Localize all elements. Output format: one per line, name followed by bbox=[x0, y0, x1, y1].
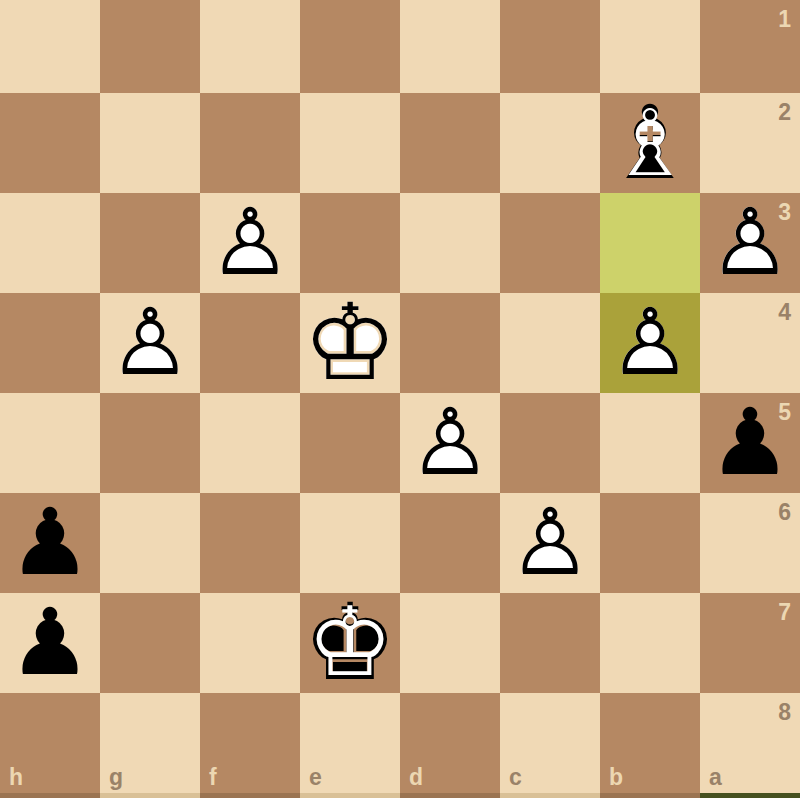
square-h1[interactable] bbox=[0, 0, 100, 93]
square-c7[interactable] bbox=[500, 593, 600, 693]
file-label-g: g bbox=[109, 766, 123, 789]
square-c4[interactable] bbox=[500, 293, 600, 393]
square-e4[interactable]: ♚♔ bbox=[300, 293, 400, 393]
square-g7[interactable] bbox=[100, 593, 200, 693]
square-c2[interactable] bbox=[500, 93, 600, 193]
black-bishop-outline: ♗ bbox=[605, 98, 695, 188]
square-f7[interactable] bbox=[200, 593, 300, 693]
square-a4[interactable]: 4 bbox=[700, 293, 800, 393]
file-label-e: e bbox=[309, 766, 322, 789]
file-label-f: f bbox=[209, 766, 217, 789]
square-g8[interactable]: g bbox=[100, 693, 200, 793]
square-a3[interactable]: 3♟♙ bbox=[700, 193, 800, 293]
square-h5[interactable] bbox=[0, 393, 100, 493]
white-king-e4[interactable]: ♚♔ bbox=[300, 293, 400, 393]
square-a6[interactable]: 6 bbox=[700, 493, 800, 593]
square-f1[interactable] bbox=[200, 0, 300, 93]
white-pawn-outline: ♙ bbox=[200, 193, 300, 293]
square-a1[interactable]: 1 bbox=[700, 0, 800, 93]
white-pawn-a3[interactable]: ♟♙ bbox=[700, 193, 800, 293]
square-b3[interactable] bbox=[600, 193, 700, 293]
square-h8[interactable]: h bbox=[0, 693, 100, 793]
square-g5[interactable] bbox=[100, 393, 200, 493]
square-e6[interactable] bbox=[300, 493, 400, 593]
white-pawn-outline: ♙ bbox=[600, 293, 700, 393]
white-pawn-outline: ♙ bbox=[500, 493, 600, 593]
white-pawn-b4[interactable]: ♟♙ bbox=[600, 293, 700, 393]
square-d7[interactable] bbox=[400, 593, 500, 693]
file-label-c: c bbox=[509, 766, 522, 789]
file-label-h: h bbox=[9, 766, 23, 789]
square-a2[interactable]: 2 bbox=[700, 93, 800, 193]
square-b5[interactable] bbox=[600, 393, 700, 493]
black-pawn-h6[interactable]: ♟ bbox=[0, 493, 100, 593]
white-king-outline: ♔ bbox=[300, 293, 400, 393]
board-edge-segment-c bbox=[500, 793, 600, 798]
rank-label-7: 7 bbox=[778, 601, 791, 624]
square-f6[interactable] bbox=[200, 493, 300, 593]
square-e5[interactable] bbox=[300, 393, 400, 493]
square-g2[interactable] bbox=[100, 93, 200, 193]
board-bottom-edge bbox=[0, 793, 800, 798]
board-edge-segment-a bbox=[700, 793, 800, 798]
square-c6[interactable]: ♟♙ bbox=[500, 493, 600, 593]
square-a7[interactable]: 7 bbox=[700, 593, 800, 693]
square-e1[interactable] bbox=[300, 0, 400, 93]
black-king-outline: ♔ bbox=[305, 598, 395, 688]
file-label-b: b bbox=[609, 766, 623, 789]
square-e2[interactable] bbox=[300, 93, 400, 193]
black-king-e7[interactable]: ♚♔ bbox=[300, 593, 400, 693]
rank-label-6: 6 bbox=[778, 501, 791, 524]
white-pawn-g4[interactable]: ♟♙ bbox=[100, 293, 200, 393]
board-edge-segment-h bbox=[0, 793, 100, 798]
square-b2[interactable]: ♝♗ bbox=[600, 93, 700, 193]
square-h6[interactable]: ♟ bbox=[0, 493, 100, 593]
square-b8[interactable]: b bbox=[600, 693, 700, 793]
square-d6[interactable] bbox=[400, 493, 500, 593]
rank-label-2: 2 bbox=[778, 101, 791, 124]
square-h3[interactable] bbox=[0, 193, 100, 293]
chess-app: 1♝♗2♟♙3♟♙♟♙♚♔♟♙4♟♙5♟♟♟♙6♟♚♔7hgfedcb8a bbox=[0, 0, 800, 798]
board-edge-segment-f bbox=[200, 793, 300, 798]
square-g1[interactable] bbox=[100, 0, 200, 93]
black-pawn-a5[interactable]: ♟ bbox=[700, 393, 800, 493]
square-g6[interactable] bbox=[100, 493, 200, 593]
rank-label-8: 8 bbox=[778, 701, 791, 724]
black-pawn-h7[interactable]: ♟ bbox=[0, 593, 100, 693]
square-g4[interactable]: ♟♙ bbox=[100, 293, 200, 393]
board-edge-segment-g bbox=[100, 793, 200, 798]
board-edge-segment-d bbox=[400, 793, 500, 798]
square-d4[interactable] bbox=[400, 293, 500, 393]
white-pawn-d5[interactable]: ♟♙ bbox=[400, 393, 500, 493]
square-d2[interactable] bbox=[400, 93, 500, 193]
square-f4[interactable] bbox=[200, 293, 300, 393]
square-b4[interactable]: ♟♙ bbox=[600, 293, 700, 393]
square-e3[interactable] bbox=[300, 193, 400, 293]
rank-label-4: 4 bbox=[778, 301, 791, 324]
square-a5[interactable]: 5♟ bbox=[700, 393, 800, 493]
file-label-d: d bbox=[409, 766, 423, 789]
square-d5[interactable]: ♟♙ bbox=[400, 393, 500, 493]
square-c1[interactable] bbox=[500, 0, 600, 93]
white-pawn-c6[interactable]: ♟♙ bbox=[500, 493, 600, 593]
square-h7[interactable]: ♟ bbox=[0, 593, 100, 693]
square-c3[interactable] bbox=[500, 193, 600, 293]
white-pawn-outline: ♙ bbox=[400, 393, 500, 493]
square-h2[interactable] bbox=[0, 93, 100, 193]
white-pawn-outline: ♙ bbox=[100, 293, 200, 393]
white-pawn-outline: ♙ bbox=[700, 193, 800, 293]
board-edge-segment-e bbox=[300, 793, 400, 798]
black-pawn-glyph: ♟ bbox=[0, 493, 100, 593]
black-bishop-b2[interactable]: ♝♗ bbox=[600, 93, 700, 193]
square-f8[interactable]: f bbox=[200, 693, 300, 793]
square-c5[interactable] bbox=[500, 393, 600, 493]
square-f3[interactable]: ♟♙ bbox=[200, 193, 300, 293]
square-d8[interactable]: d bbox=[400, 693, 500, 793]
square-b1[interactable] bbox=[600, 0, 700, 93]
board-edge-segment-b bbox=[600, 793, 700, 798]
square-d3[interactable] bbox=[400, 193, 500, 293]
file-label-a: a bbox=[709, 766, 722, 789]
rank-label-1: 1 bbox=[778, 8, 791, 31]
chess-board: 1♝♗2♟♙3♟♙♟♙♚♔♟♙4♟♙5♟♟♟♙6♟♚♔7hgfedcb8a bbox=[0, 0, 800, 793]
square-f2[interactable] bbox=[200, 93, 300, 193]
black-pawn-glyph: ♟ bbox=[0, 593, 100, 693]
black-pawn-glyph: ♟ bbox=[700, 393, 800, 493]
square-b6[interactable] bbox=[600, 493, 700, 593]
square-d1[interactable] bbox=[400, 0, 500, 93]
white-pawn-f3[interactable]: ♟♙ bbox=[200, 193, 300, 293]
square-b7[interactable] bbox=[600, 593, 700, 693]
square-e8[interactable]: e bbox=[300, 693, 400, 793]
square-h4[interactable] bbox=[0, 293, 100, 393]
square-g3[interactable] bbox=[100, 193, 200, 293]
square-c8[interactable]: c bbox=[500, 693, 600, 793]
square-f5[interactable] bbox=[200, 393, 300, 493]
square-a8[interactable]: 8a bbox=[700, 693, 800, 793]
square-e7[interactable]: ♚♔ bbox=[300, 593, 400, 693]
